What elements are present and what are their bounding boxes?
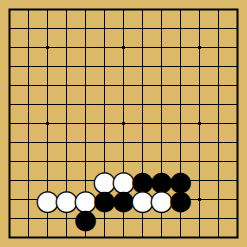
intersection[interactable] — [76, 114, 95, 133]
intersection[interactable] — [76, 38, 95, 57]
intersection[interactable] — [209, 95, 228, 114]
intersection[interactable] — [76, 0, 95, 19]
intersection[interactable] — [0, 95, 19, 114]
intersection[interactable] — [133, 228, 152, 247]
intersection[interactable] — [0, 171, 19, 190]
intersection[interactable] — [19, 0, 38, 19]
intersection[interactable] — [190, 228, 209, 247]
intersection[interactable] — [228, 76, 247, 95]
intersection[interactable] — [190, 57, 209, 76]
intersection[interactable] — [114, 228, 133, 247]
intersection[interactable] — [209, 57, 228, 76]
intersection[interactable] — [95, 228, 114, 247]
intersection[interactable] — [38, 0, 57, 19]
intersection[interactable] — [171, 0, 190, 19]
intersection[interactable] — [95, 57, 114, 76]
intersection[interactable] — [171, 133, 190, 152]
intersection[interactable] — [190, 171, 209, 190]
intersection[interactable] — [0, 76, 19, 95]
intersection[interactable] — [19, 95, 38, 114]
intersection[interactable]: ● — [38, 190, 57, 209]
intersection[interactable] — [19, 57, 38, 76]
go-board-diagram: ●●●●●●●●●●●●●● — [0, 0, 247, 247]
intersection[interactable] — [190, 190, 209, 209]
intersection[interactable]: ● — [57, 190, 76, 209]
intersection[interactable] — [228, 171, 247, 190]
intersection[interactable] — [0, 209, 19, 228]
intersection[interactable] — [190, 95, 209, 114]
intersection[interactable] — [133, 38, 152, 57]
intersection[interactable] — [209, 0, 228, 19]
intersection[interactable] — [228, 0, 247, 19]
intersection[interactable] — [209, 152, 228, 171]
intersection[interactable] — [190, 0, 209, 19]
intersection[interactable] — [57, 95, 76, 114]
intersection[interactable]: ● — [76, 209, 95, 228]
intersection[interactable] — [57, 114, 76, 133]
intersection[interactable] — [95, 19, 114, 38]
intersection[interactable] — [76, 171, 95, 190]
intersection[interactable] — [0, 38, 19, 57]
intersection[interactable] — [38, 38, 57, 57]
intersection[interactable]: ● — [114, 190, 133, 209]
intersection[interactable] — [171, 76, 190, 95]
intersection[interactable] — [209, 38, 228, 57]
intersection[interactable] — [152, 38, 171, 57]
intersection[interactable] — [133, 0, 152, 19]
intersection[interactable] — [171, 228, 190, 247]
intersection[interactable] — [38, 19, 57, 38]
intersection[interactable] — [76, 133, 95, 152]
intersection[interactable] — [57, 171, 76, 190]
intersection[interactable] — [38, 76, 57, 95]
intersection[interactable]: ● — [76, 190, 95, 209]
intersection[interactable] — [19, 209, 38, 228]
intersection[interactable] — [0, 228, 19, 247]
intersection[interactable] — [57, 0, 76, 19]
intersection[interactable] — [190, 19, 209, 38]
intersection[interactable] — [76, 228, 95, 247]
intersection[interactable] — [171, 152, 190, 171]
intersection[interactable] — [152, 228, 171, 247]
intersection[interactable] — [38, 133, 57, 152]
intersection[interactable] — [38, 114, 57, 133]
intersection[interactable] — [152, 76, 171, 95]
intersection[interactable] — [57, 76, 76, 95]
intersection[interactable] — [114, 57, 133, 76]
intersection[interactable] — [152, 209, 171, 228]
intersection[interactable] — [57, 209, 76, 228]
intersection[interactable] — [19, 152, 38, 171]
intersection[interactable] — [133, 133, 152, 152]
intersection[interactable] — [228, 152, 247, 171]
intersection[interactable]: ● — [133, 171, 152, 190]
intersection[interactable] — [171, 38, 190, 57]
intersection[interactable] — [114, 76, 133, 95]
intersection[interactable] — [133, 76, 152, 95]
intersection[interactable] — [114, 0, 133, 19]
intersection[interactable] — [171, 19, 190, 38]
intersection[interactable] — [190, 133, 209, 152]
intersection[interactable] — [57, 133, 76, 152]
intersection[interactable] — [228, 190, 247, 209]
intersection[interactable] — [133, 19, 152, 38]
intersection[interactable] — [190, 38, 209, 57]
intersection[interactable] — [152, 57, 171, 76]
intersection[interactable] — [209, 76, 228, 95]
intersection[interactable] — [76, 152, 95, 171]
intersection[interactable] — [209, 209, 228, 228]
intersection[interactable] — [209, 19, 228, 38]
intersection[interactable] — [133, 95, 152, 114]
intersection[interactable] — [190, 209, 209, 228]
intersection[interactable] — [152, 133, 171, 152]
go-board: ●●●●●●●●●●●●●● — [0, 0, 247, 247]
intersection[interactable] — [38, 95, 57, 114]
intersection[interactable] — [171, 114, 190, 133]
intersection[interactable] — [76, 76, 95, 95]
intersection[interactable] — [19, 114, 38, 133]
intersection[interactable] — [152, 0, 171, 19]
intersection[interactable] — [114, 209, 133, 228]
intersection[interactable]: ● — [95, 171, 114, 190]
intersection[interactable] — [0, 133, 19, 152]
intersection[interactable] — [95, 114, 114, 133]
intersection[interactable] — [114, 133, 133, 152]
intersection[interactable] — [209, 171, 228, 190]
intersection[interactable] — [209, 114, 228, 133]
intersection[interactable] — [76, 95, 95, 114]
intersection[interactable] — [152, 95, 171, 114]
intersection[interactable] — [0, 152, 19, 171]
intersection[interactable]: ● — [114, 171, 133, 190]
intersection[interactable]: ● — [171, 171, 190, 190]
intersection[interactable]: ● — [152, 190, 171, 209]
intersection[interactable] — [133, 114, 152, 133]
intersection[interactable] — [19, 19, 38, 38]
intersection[interactable] — [19, 228, 38, 247]
intersection[interactable] — [152, 152, 171, 171]
intersection[interactable] — [228, 114, 247, 133]
intersection[interactable] — [95, 95, 114, 114]
intersection[interactable] — [171, 57, 190, 76]
intersection[interactable] — [171, 209, 190, 228]
intersection[interactable] — [114, 19, 133, 38]
intersection[interactable] — [228, 57, 247, 76]
intersection[interactable] — [38, 57, 57, 76]
intersection[interactable] — [228, 19, 247, 38]
intersection[interactable] — [133, 209, 152, 228]
intersection[interactable] — [38, 228, 57, 247]
intersection[interactable] — [19, 171, 38, 190]
intersection[interactable] — [76, 57, 95, 76]
intersection[interactable] — [57, 19, 76, 38]
intersection[interactable] — [114, 38, 133, 57]
intersection[interactable] — [190, 152, 209, 171]
intersection[interactable] — [38, 171, 57, 190]
intersection[interactable] — [95, 0, 114, 19]
intersection[interactable] — [228, 133, 247, 152]
intersection[interactable] — [228, 228, 247, 247]
intersection[interactable] — [133, 152, 152, 171]
intersection[interactable] — [19, 38, 38, 57]
intersection[interactable] — [95, 38, 114, 57]
intersection[interactable] — [95, 133, 114, 152]
intersection[interactable] — [95, 152, 114, 171]
intersection[interactable] — [114, 152, 133, 171]
intersection[interactable]: ● — [171, 190, 190, 209]
intersection[interactable] — [95, 76, 114, 95]
intersection[interactable] — [0, 57, 19, 76]
intersection[interactable] — [38, 209, 57, 228]
intersection[interactable] — [57, 152, 76, 171]
intersection[interactable] — [19, 133, 38, 152]
intersection[interactable] — [228, 209, 247, 228]
intersection[interactable] — [0, 0, 19, 19]
intersection[interactable] — [209, 133, 228, 152]
intersection[interactable] — [19, 190, 38, 209]
intersection[interactable] — [76, 19, 95, 38]
intersection[interactable] — [152, 114, 171, 133]
intersection[interactable] — [57, 57, 76, 76]
intersection[interactable] — [57, 38, 76, 57]
intersection[interactable] — [228, 38, 247, 57]
intersection[interactable] — [133, 57, 152, 76]
intersection[interactable] — [190, 76, 209, 95]
intersection[interactable] — [38, 152, 57, 171]
intersection[interactable] — [114, 114, 133, 133]
intersection[interactable]: ● — [133, 190, 152, 209]
intersection[interactable] — [209, 190, 228, 209]
intersection[interactable] — [152, 19, 171, 38]
intersection[interactable]: ● — [152, 171, 171, 190]
intersection[interactable] — [171, 95, 190, 114]
intersection[interactable] — [0, 114, 19, 133]
intersection[interactable] — [0, 190, 19, 209]
intersection[interactable] — [228, 95, 247, 114]
intersection[interactable] — [190, 114, 209, 133]
intersection[interactable] — [114, 95, 133, 114]
intersection[interactable] — [19, 76, 38, 95]
intersection[interactable] — [57, 228, 76, 247]
intersection[interactable] — [209, 228, 228, 247]
intersection[interactable]: ● — [95, 190, 114, 209]
intersection[interactable] — [0, 19, 19, 38]
intersection[interactable] — [95, 209, 114, 228]
